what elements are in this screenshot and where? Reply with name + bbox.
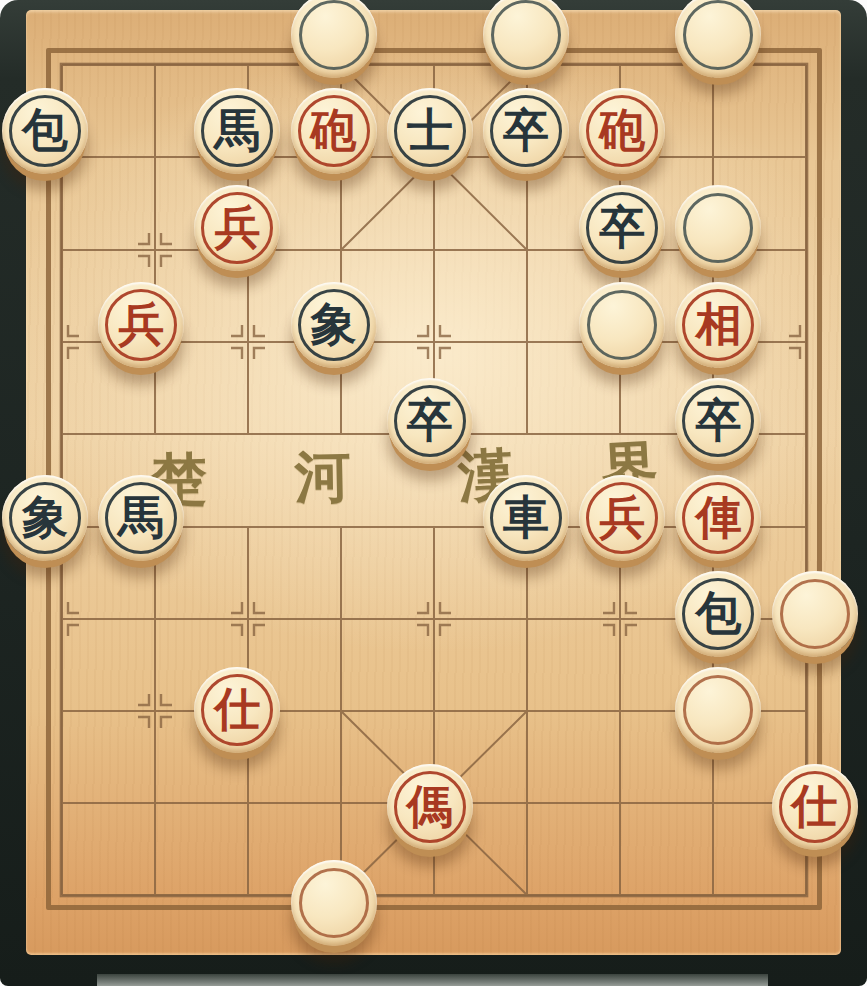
piece-red-horse[interactable]: 傌 bbox=[387, 764, 473, 850]
piece-ring bbox=[587, 290, 657, 360]
piece-character: 砲 bbox=[599, 107, 645, 153]
piece-black-horse[interactable]: 馬 bbox=[194, 88, 280, 174]
piece-black-elephant[interactable]: 象 bbox=[2, 475, 88, 561]
piece-red-chariot[interactable]: 俥 bbox=[675, 475, 761, 561]
piece-black-soldier[interactable]: 卒 bbox=[483, 88, 569, 174]
piece-hidden-black[interactable] bbox=[579, 282, 665, 368]
xiangqi-board: 楚 河 漢 界 包馬砲士卒砲兵卒兵象相卒卒象馬車兵俥包仕傌仕 bbox=[0, 0, 867, 986]
piece-red-cannon[interactable]: 砲 bbox=[291, 88, 377, 174]
river-text-left: 楚 河 bbox=[147, 439, 388, 519]
piece-red-elephant[interactable]: 相 bbox=[675, 282, 761, 368]
piece-ring bbox=[491, 0, 561, 70]
piece-red-cannon[interactable]: 砲 bbox=[579, 88, 665, 174]
piece-black-elephant[interactable]: 象 bbox=[291, 282, 377, 368]
piece-red-soldier[interactable]: 兵 bbox=[579, 475, 665, 561]
piece-character: 包 bbox=[22, 107, 68, 153]
piece-black-soldier[interactable]: 卒 bbox=[579, 185, 665, 271]
piece-black-soldier[interactable]: 卒 bbox=[387, 378, 473, 464]
piece-character: 兵 bbox=[599, 494, 645, 540]
piece-character: 俥 bbox=[695, 494, 741, 540]
piece-ring bbox=[683, 675, 753, 745]
piece-red-advisor[interactable]: 仕 bbox=[772, 764, 858, 850]
piece-character: 仕 bbox=[792, 783, 838, 829]
piece-hidden-red[interactable] bbox=[772, 571, 858, 657]
piece-ring bbox=[299, 0, 369, 70]
piece-character: 兵 bbox=[118, 301, 164, 347]
piece-character: 砲 bbox=[311, 107, 357, 153]
piece-character: 卒 bbox=[407, 397, 453, 443]
piece-black-soldier[interactable]: 卒 bbox=[675, 378, 761, 464]
piece-character: 象 bbox=[311, 301, 357, 347]
piece-character: 象 bbox=[22, 494, 68, 540]
piece-hidden-red[interactable] bbox=[291, 860, 377, 946]
piece-black-chariot[interactable]: 車 bbox=[483, 475, 569, 561]
piece-black-advisor[interactable]: 士 bbox=[387, 88, 473, 174]
piece-character: 車 bbox=[503, 494, 549, 540]
piece-character: 仕 bbox=[214, 686, 260, 732]
piece-character: 兵 bbox=[214, 204, 260, 250]
piece-character: 士 bbox=[407, 107, 453, 153]
piece-ring bbox=[683, 0, 753, 70]
piece-black-horse[interactable]: 馬 bbox=[98, 475, 184, 561]
piece-character: 包 bbox=[695, 590, 741, 636]
piece-character: 卒 bbox=[695, 397, 741, 443]
piece-black-cannon[interactable]: 包 bbox=[675, 571, 761, 657]
piece-character: 馬 bbox=[118, 494, 164, 540]
piece-character: 卒 bbox=[599, 204, 645, 250]
piece-ring bbox=[780, 579, 850, 649]
piece-black-cannon[interactable]: 包 bbox=[2, 88, 88, 174]
piece-red-soldier[interactable]: 兵 bbox=[98, 282, 184, 368]
piece-character: 傌 bbox=[407, 783, 453, 829]
piece-character: 卒 bbox=[503, 107, 549, 153]
piece-ring bbox=[683, 193, 753, 263]
piece-character: 相 bbox=[695, 301, 741, 347]
piece-ring bbox=[299, 868, 369, 938]
piece-character: 馬 bbox=[214, 107, 260, 153]
